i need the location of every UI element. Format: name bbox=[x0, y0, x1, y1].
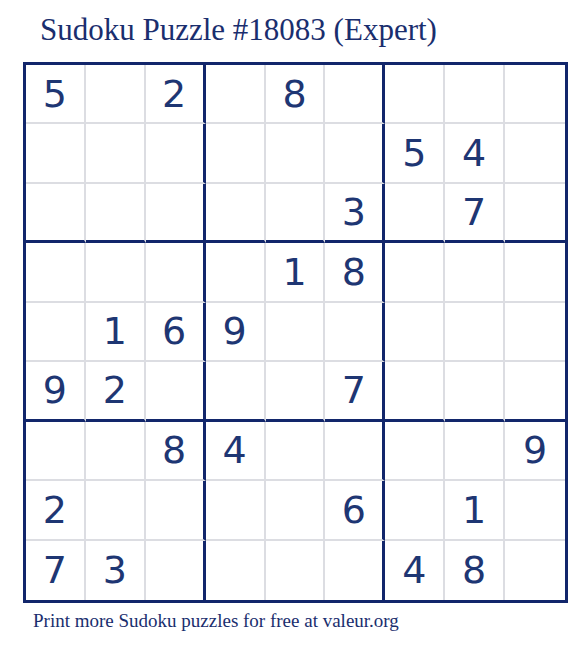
cell-r6c4[interactable] bbox=[206, 362, 266, 421]
cell-r3c8[interactable]: 7 bbox=[445, 184, 505, 243]
cell-r8c4[interactable] bbox=[206, 481, 266, 540]
cell-r1c6[interactable] bbox=[325, 65, 385, 124]
cell-r9c4[interactable] bbox=[206, 541, 266, 600]
cell-r2c2[interactable] bbox=[86, 124, 146, 183]
cell-r4c9[interactable] bbox=[505, 243, 565, 302]
cell-r5c1[interactable] bbox=[26, 303, 86, 362]
cell-r1c7[interactable] bbox=[385, 65, 445, 124]
cell-r4c5[interactable]: 1 bbox=[266, 243, 326, 302]
cell-r1c8[interactable] bbox=[445, 65, 505, 124]
cell-r7c8[interactable] bbox=[445, 422, 505, 481]
cell-r1c4[interactable] bbox=[206, 65, 266, 124]
sudoku-page: Sudoku Puzzle #18083 (Expert) 5285437181… bbox=[0, 0, 580, 651]
cell-r2c9[interactable] bbox=[505, 124, 565, 183]
sudoku-board: 5285437181699278492617348 bbox=[23, 62, 568, 603]
cell-r5c8[interactable] bbox=[445, 303, 505, 362]
cell-r2c3[interactable] bbox=[146, 124, 206, 183]
cell-r5c5[interactable] bbox=[266, 303, 326, 362]
cell-r9c3[interactable] bbox=[146, 541, 206, 600]
cell-r5c7[interactable] bbox=[385, 303, 445, 362]
cell-r2c5[interactable] bbox=[266, 124, 326, 183]
cell-r8c1[interactable]: 2 bbox=[26, 481, 86, 540]
cell-r5c4[interactable]: 9 bbox=[206, 303, 266, 362]
cell-r2c4[interactable] bbox=[206, 124, 266, 183]
cell-r4c6[interactable]: 8 bbox=[325, 243, 385, 302]
cell-r8c5[interactable] bbox=[266, 481, 326, 540]
cell-r1c9[interactable] bbox=[505, 65, 565, 124]
cell-r7c2[interactable] bbox=[86, 422, 146, 481]
cell-r2c8[interactable]: 4 bbox=[445, 124, 505, 183]
cell-r6c9[interactable] bbox=[505, 362, 565, 421]
cell-r8c2[interactable] bbox=[86, 481, 146, 540]
cell-r4c2[interactable] bbox=[86, 243, 146, 302]
cell-r2c6[interactable] bbox=[325, 124, 385, 183]
cell-r3c6[interactable]: 3 bbox=[325, 184, 385, 243]
cell-r1c3[interactable]: 2 bbox=[146, 65, 206, 124]
cell-r6c8[interactable] bbox=[445, 362, 505, 421]
cell-r5c9[interactable] bbox=[505, 303, 565, 362]
cell-r9c8[interactable]: 8 bbox=[445, 541, 505, 600]
cell-r1c5[interactable]: 8 bbox=[266, 65, 326, 124]
cell-r3c4[interactable] bbox=[206, 184, 266, 243]
cell-r3c9[interactable] bbox=[505, 184, 565, 243]
cell-r9c2[interactable]: 3 bbox=[86, 541, 146, 600]
cell-r8c7[interactable] bbox=[385, 481, 445, 540]
cell-r9c7[interactable]: 4 bbox=[385, 541, 445, 600]
footer-text: Print more Sudoku puzzles for free at va… bbox=[33, 609, 399, 633]
cell-r3c7[interactable] bbox=[385, 184, 445, 243]
cell-r7c3[interactable]: 8 bbox=[146, 422, 206, 481]
cell-r7c9[interactable]: 9 bbox=[505, 422, 565, 481]
cell-r7c5[interactable] bbox=[266, 422, 326, 481]
cell-r8c3[interactable] bbox=[146, 481, 206, 540]
cell-r2c7[interactable]: 5 bbox=[385, 124, 445, 183]
cell-r9c6[interactable] bbox=[325, 541, 385, 600]
cell-r7c7[interactable] bbox=[385, 422, 445, 481]
cell-r6c6[interactable]: 7 bbox=[325, 362, 385, 421]
cell-r5c6[interactable] bbox=[325, 303, 385, 362]
cell-r5c2[interactable]: 1 bbox=[86, 303, 146, 362]
cell-r9c5[interactable] bbox=[266, 541, 326, 600]
cell-r6c3[interactable] bbox=[146, 362, 206, 421]
cell-r4c1[interactable] bbox=[26, 243, 86, 302]
cell-r6c1[interactable]: 9 bbox=[26, 362, 86, 421]
cell-r3c3[interactable] bbox=[146, 184, 206, 243]
cell-r2c1[interactable] bbox=[26, 124, 86, 183]
cell-r6c5[interactable] bbox=[266, 362, 326, 421]
cell-r6c7[interactable] bbox=[385, 362, 445, 421]
cell-r6c2[interactable]: 2 bbox=[86, 362, 146, 421]
page-title: Sudoku Puzzle #18083 (Expert) bbox=[40, 11, 437, 50]
cell-r4c3[interactable] bbox=[146, 243, 206, 302]
cell-r7c1[interactable] bbox=[26, 422, 86, 481]
cell-r3c1[interactable] bbox=[26, 184, 86, 243]
cell-r3c5[interactable] bbox=[266, 184, 326, 243]
cell-r9c1[interactable]: 7 bbox=[26, 541, 86, 600]
cell-r9c9[interactable] bbox=[505, 541, 565, 600]
cell-r7c4[interactable]: 4 bbox=[206, 422, 266, 481]
cell-r8c9[interactable] bbox=[505, 481, 565, 540]
cell-r4c4[interactable] bbox=[206, 243, 266, 302]
cell-r1c1[interactable]: 5 bbox=[26, 65, 86, 124]
cell-r3c2[interactable] bbox=[86, 184, 146, 243]
cell-r8c8[interactable]: 1 bbox=[445, 481, 505, 540]
cell-r4c7[interactable] bbox=[385, 243, 445, 302]
cell-r4c8[interactable] bbox=[445, 243, 505, 302]
cell-r7c6[interactable] bbox=[325, 422, 385, 481]
cell-r5c3[interactable]: 6 bbox=[146, 303, 206, 362]
cell-r1c2[interactable] bbox=[86, 65, 146, 124]
cell-r8c6[interactable]: 6 bbox=[325, 481, 385, 540]
